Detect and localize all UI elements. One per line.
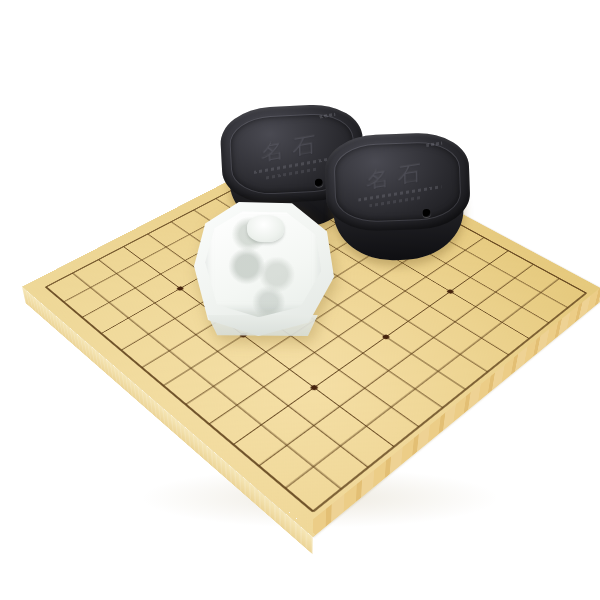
black-stone-bowl-right: 名石 (324, 132, 472, 263)
star-point (381, 334, 390, 340)
star-point (309, 384, 319, 391)
product-photo-stage: 名石 名石 (0, 0, 600, 600)
bowl-lid: 名石 (324, 132, 471, 233)
white-stone-box (194, 202, 334, 336)
white-box-knob (247, 215, 283, 242)
white-box-rim (200, 315, 326, 336)
